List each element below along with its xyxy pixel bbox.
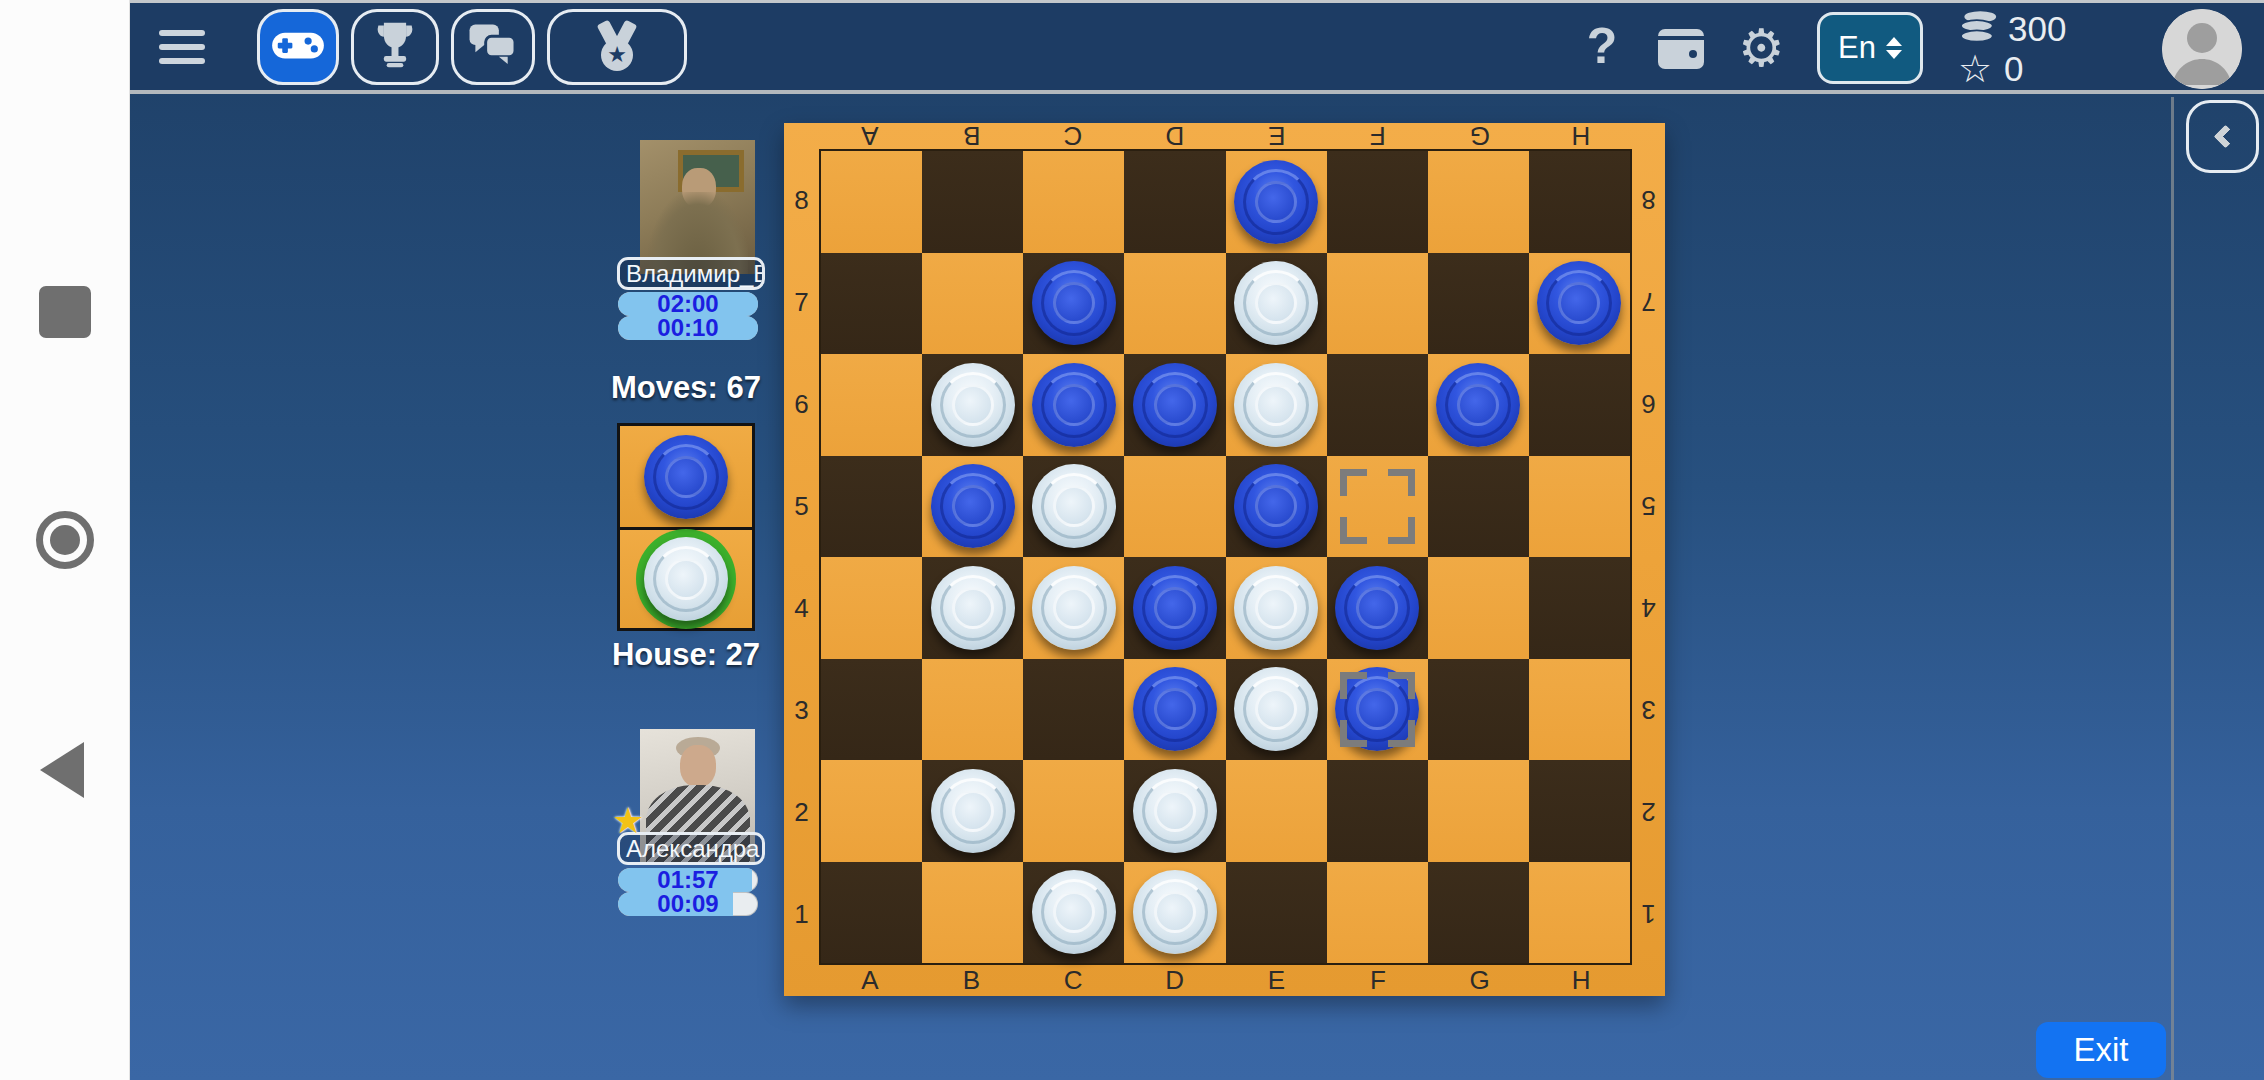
square-B4[interactable]	[922, 557, 1023, 659]
piece-white-C1[interactable]	[1032, 870, 1116, 954]
coord-label: C	[1022, 965, 1124, 996]
opponent-main-timer: 02:00	[618, 292, 758, 316]
piece-white-C4[interactable]	[1032, 566, 1116, 650]
spinner-arrows-icon	[1886, 37, 1902, 59]
home-icon[interactable]	[36, 511, 94, 569]
square-A7[interactable]	[821, 253, 922, 355]
square-E2[interactable]	[1226, 760, 1327, 862]
square-D7[interactable]	[1124, 253, 1225, 355]
coord-label: 1	[1632, 863, 1665, 965]
square-H5[interactable]	[1529, 456, 1630, 558]
square-D1[interactable]	[1124, 862, 1225, 964]
square-D4[interactable]	[1124, 557, 1225, 659]
piece-white-D1[interactable]	[1133, 870, 1217, 954]
coins-balance: 300	[1958, 9, 2066, 49]
board-ranks-left: 87654321	[784, 149, 819, 965]
piece-white[interactable]	[644, 537, 728, 621]
coord-label: C	[1022, 123, 1124, 149]
coord-label: 7	[784, 251, 819, 353]
back-icon[interactable]	[40, 742, 84, 798]
square-B3[interactable]	[922, 659, 1023, 761]
coord-label: 3	[1632, 659, 1665, 761]
square-C2[interactable]	[1023, 760, 1124, 862]
coins-count: 300	[2008, 9, 2066, 49]
coord-label: 2	[784, 761, 819, 863]
coord-label: 7	[1632, 251, 1665, 353]
player-star-icon: ★	[612, 800, 644, 842]
square-C6[interactable]	[1023, 354, 1124, 456]
square-C4[interactable]	[1023, 557, 1124, 659]
square-E3[interactable]	[1226, 659, 1327, 761]
square-F8[interactable]	[1327, 151, 1428, 253]
square-G3[interactable]	[1428, 659, 1529, 761]
coord-label: 2	[1632, 761, 1665, 863]
piece-white-E7[interactable]	[1234, 261, 1318, 345]
board-files-bottom: ABCDEFGH	[819, 965, 1632, 996]
coord-label: 8	[1632, 149, 1665, 251]
right-panel-divider	[2171, 97, 2174, 1080]
coord-label: D	[1124, 965, 1226, 996]
square-C3[interactable]	[1023, 659, 1124, 761]
square-E8[interactable]	[1226, 151, 1327, 253]
opponent-name: Владимир_Вл	[617, 257, 765, 290]
square-G2[interactable]	[1428, 760, 1529, 862]
square-F3[interactable]	[1327, 659, 1428, 761]
coord-label: G	[1429, 123, 1531, 149]
square-H4[interactable]	[1529, 557, 1630, 659]
settings-gear-icon[interactable]: ⚙	[1738, 11, 1785, 85]
coord-label: 6	[1632, 353, 1665, 455]
coord-label: E	[1226, 965, 1328, 996]
piece-blue[interactable]	[644, 435, 728, 519]
piece-white-C5[interactable]	[1032, 464, 1116, 548]
square-D5[interactable]	[1124, 456, 1225, 558]
android-nav-bar	[0, 0, 130, 1080]
coord-label: 1	[784, 863, 819, 965]
coord-label: H	[1530, 965, 1632, 996]
board-files-top: ABCDEFGH	[819, 123, 1632, 149]
board-ranks-right: 87654321	[1632, 149, 1665, 965]
square-H3[interactable]	[1529, 659, 1630, 761]
coord-label: A	[819, 123, 921, 149]
piece-white-B2[interactable]	[931, 769, 1015, 853]
collapse-panel-button[interactable]	[2186, 100, 2259, 173]
player-move-timer: 00:09	[618, 892, 758, 916]
square-C8[interactable]	[1023, 151, 1124, 253]
piece-blue-D3[interactable]	[1133, 667, 1217, 751]
coord-label: 6	[784, 353, 819, 455]
piece-white-D2[interactable]	[1133, 769, 1217, 853]
square-B5[interactable]	[922, 456, 1023, 558]
piece-blue-C6[interactable]	[1032, 363, 1116, 447]
chat-bubbles-icon	[468, 23, 518, 71]
games-tab-button[interactable]	[257, 9, 339, 85]
language-value: En	[1838, 30, 1876, 66]
piece-tray	[617, 423, 755, 631]
piece-white-B6[interactable]	[931, 363, 1015, 447]
square-D8[interactable]	[1124, 151, 1225, 253]
square-H1[interactable]	[1529, 862, 1630, 964]
piece-white-E4[interactable]	[1234, 566, 1318, 650]
square-H7[interactable]	[1529, 253, 1630, 355]
square-B8[interactable]	[922, 151, 1023, 253]
coord-label: F	[1327, 965, 1429, 996]
square-C5[interactable]	[1023, 456, 1124, 558]
chevron-left-icon	[2213, 124, 2237, 148]
turn-indicator-ring	[636, 529, 736, 629]
square-H2[interactable]	[1529, 760, 1630, 862]
coord-label: E	[1226, 123, 1328, 149]
square-F5[interactable]	[1327, 456, 1428, 558]
coord-label: B	[921, 123, 1023, 149]
square-H8[interactable]	[1529, 151, 1630, 253]
square-G4[interactable]	[1428, 557, 1529, 659]
tray-cell-white	[620, 527, 752, 628]
piece-white-E3[interactable]	[1234, 667, 1318, 751]
house-counter: House: 27	[600, 637, 772, 673]
coord-label: 5	[784, 455, 819, 557]
square-F6[interactable]	[1327, 354, 1428, 456]
square-F2[interactable]	[1327, 760, 1428, 862]
moves-counter: Moves: 67	[600, 370, 772, 406]
square-E5[interactable]	[1226, 456, 1327, 558]
star-icon: ☆	[1958, 49, 1992, 89]
language-selector[interactable]: En	[1817, 12, 1923, 84]
square-F4[interactable]	[1327, 557, 1428, 659]
piece-blue-G6[interactable]	[1436, 363, 1520, 447]
square-C7[interactable]	[1023, 253, 1124, 355]
square-A5[interactable]	[821, 456, 922, 558]
square-B7[interactable]	[922, 253, 1023, 355]
square-C1[interactable]	[1023, 862, 1124, 964]
square-E4[interactable]	[1226, 557, 1327, 659]
coord-label: D	[1124, 123, 1226, 149]
square-B2[interactable]	[922, 760, 1023, 862]
square-B6[interactable]	[922, 354, 1023, 456]
last-move-marker	[1340, 469, 1415, 545]
square-H6[interactable]	[1529, 354, 1630, 456]
coord-label: B	[921, 965, 1023, 996]
piece-blue-F4[interactable]	[1335, 566, 1419, 650]
piece-blue-C7[interactable]	[1032, 261, 1116, 345]
square-A2[interactable]	[821, 760, 922, 862]
help-button[interactable]: ?	[1582, 17, 1622, 75]
chat-button[interactable]	[451, 9, 535, 85]
square-E1[interactable]	[1226, 862, 1327, 964]
opponent-move-timer: 00:10	[618, 316, 758, 340]
square-G8[interactable]	[1428, 151, 1529, 253]
square-A3[interactable]	[821, 659, 922, 761]
square-B1[interactable]	[922, 862, 1023, 964]
square-E6[interactable]	[1226, 354, 1327, 456]
wallet-icon[interactable]	[1658, 29, 1704, 69]
coord-label: H	[1530, 123, 1632, 149]
square-F1[interactable]	[1327, 862, 1428, 964]
player-main-timer: 01:57	[618, 868, 758, 892]
coord-label: 4	[784, 557, 819, 659]
square-D3[interactable]	[1124, 659, 1225, 761]
coins-icon	[1958, 10, 1998, 48]
coord-label: 3	[784, 659, 819, 761]
piece-blue-D4[interactable]	[1133, 566, 1217, 650]
piece-blue-E5[interactable]	[1234, 464, 1318, 548]
app-bar: ★ ? ⚙ En 300 ☆ 0	[130, 3, 2264, 94]
square-A8[interactable]	[821, 151, 922, 253]
exit-button[interactable]: Exit	[2036, 1022, 2166, 1078]
square-D2[interactable]	[1124, 760, 1225, 862]
piece-blue-D6[interactable]	[1133, 363, 1217, 447]
last-move-marker	[1340, 672, 1415, 748]
square-E7[interactable]	[1226, 253, 1327, 355]
opponent-photo	[640, 140, 755, 274]
trophy-icon	[372, 20, 418, 74]
piece-blue-B5[interactable]	[931, 464, 1015, 548]
achievements-button[interactable]: ★	[547, 9, 687, 85]
square-G7[interactable]	[1428, 253, 1529, 355]
board-grid	[819, 149, 1632, 965]
tray-cell-blue	[620, 426, 752, 527]
square-D6[interactable]	[1124, 354, 1225, 456]
square-A4[interactable]	[821, 557, 922, 659]
piece-blue-H7[interactable]	[1537, 261, 1621, 345]
recent-apps-icon[interactable]	[39, 286, 91, 338]
coord-label: F	[1327, 123, 1429, 149]
stars-count: 0	[2004, 49, 2023, 89]
piece-white-B4[interactable]	[931, 566, 1015, 650]
medal-icon: ★	[594, 21, 640, 73]
coord-label: G	[1429, 965, 1531, 996]
coord-label: 5	[1632, 455, 1665, 557]
stars-balance: ☆ 0	[1958, 49, 2024, 89]
square-G1[interactable]	[1428, 862, 1529, 964]
square-G5[interactable]	[1428, 456, 1529, 558]
menu-icon[interactable]	[159, 30, 205, 66]
coord-label: 4	[1632, 557, 1665, 659]
square-A6[interactable]	[821, 354, 922, 456]
coord-label: 8	[784, 149, 819, 251]
square-G6[interactable]	[1428, 354, 1529, 456]
profile-avatar[interactable]	[2162, 9, 2242, 89]
square-F7[interactable]	[1327, 253, 1428, 355]
piece-blue-E8[interactable]	[1234, 160, 1318, 244]
square-A1[interactable]	[821, 862, 922, 964]
game-screen: ★ ? ⚙ En 300 ☆ 0	[0, 0, 2264, 1080]
coord-label: A	[819, 965, 921, 996]
tournaments-button[interactable]	[351, 9, 439, 85]
checkers-board: ABCDEFGH ABCDEFGH 87654321 87654321	[784, 123, 1665, 996]
piece-white-E6[interactable]	[1234, 363, 1318, 447]
gamepad-icon	[271, 26, 325, 68]
